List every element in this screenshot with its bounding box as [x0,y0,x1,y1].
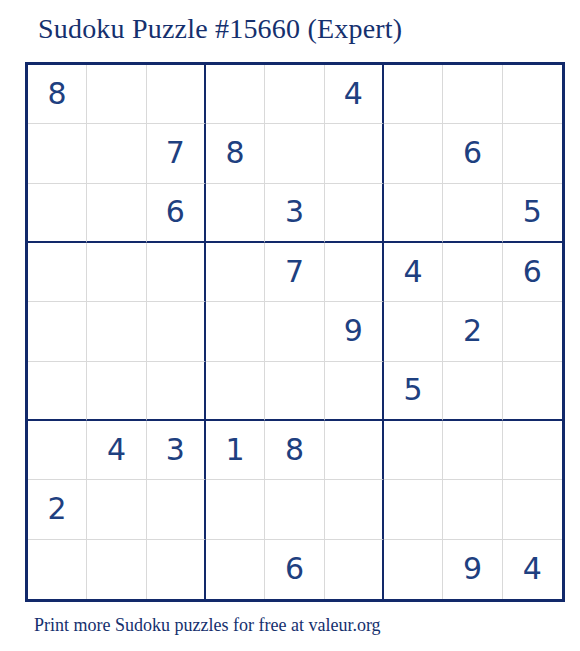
cell-r3c8 [443,184,502,243]
cell-r5c6: 9 [325,302,384,361]
cell-r9c3 [147,540,206,599]
cell-r1c2 [87,65,146,124]
cell-r9c1 [28,540,87,599]
cell-r6c3 [147,362,206,421]
cell-r6c1 [28,362,87,421]
cell-r3c1 [28,184,87,243]
cell-r6c6 [325,362,384,421]
cell-r6c8 [443,362,502,421]
cell-r7c3: 3 [147,421,206,480]
cell-r4c9: 6 [503,243,562,302]
cell-r7c8 [443,421,502,480]
cell-r9c8: 9 [443,540,502,599]
cell-r3c5: 3 [265,184,324,243]
cell-r1c4 [206,65,265,124]
cell-r2c8: 6 [443,124,502,183]
cell-r8c6 [325,480,384,539]
cell-r2c4: 8 [206,124,265,183]
cell-r2c3: 7 [147,124,206,183]
cell-r4c4 [206,243,265,302]
cell-r7c7 [384,421,443,480]
cell-r1c3 [147,65,206,124]
cell-r8c5 [265,480,324,539]
cell-r5c4 [206,302,265,361]
page-title: Sudoku Puzzle #15660 (Expert) [38,13,402,45]
cell-r1c9 [503,65,562,124]
cell-r3c4 [206,184,265,243]
cell-r7c5: 8 [265,421,324,480]
cell-r4c7: 4 [384,243,443,302]
cell-r8c7 [384,480,443,539]
cell-r5c5 [265,302,324,361]
cell-r6c2 [87,362,146,421]
sudoku-board: 8478663574692543182694 [25,62,565,602]
cell-r8c3 [147,480,206,539]
cell-r4c1 [28,243,87,302]
sudoku-page: Sudoku Puzzle #15660 (Expert) 8478663574… [0,0,580,651]
cell-r4c8 [443,243,502,302]
cell-r9c2 [87,540,146,599]
cell-r7c6 [325,421,384,480]
cell-r4c5: 7 [265,243,324,302]
cell-r7c1 [28,421,87,480]
cell-r2c5 [265,124,324,183]
cell-r9c5: 6 [265,540,324,599]
cell-r2c7 [384,124,443,183]
cell-r5c2 [87,302,146,361]
cell-r6c5 [265,362,324,421]
cell-r9c4 [206,540,265,599]
cell-r8c8 [443,480,502,539]
cell-r1c8 [443,65,502,124]
cell-r1c1: 8 [28,65,87,124]
cell-r8c4 [206,480,265,539]
cell-r6c7: 5 [384,362,443,421]
cell-r5c3 [147,302,206,361]
cell-r6c9 [503,362,562,421]
cell-r1c7 [384,65,443,124]
cell-r3c6 [325,184,384,243]
cell-r5c8: 2 [443,302,502,361]
cell-r6c4 [206,362,265,421]
cell-r5c9 [503,302,562,361]
cell-r5c7 [384,302,443,361]
cell-r3c2 [87,184,146,243]
cell-r8c2 [87,480,146,539]
cell-r7c9 [503,421,562,480]
cell-r2c9 [503,124,562,183]
cell-r2c6 [325,124,384,183]
cell-r9c6 [325,540,384,599]
cell-r7c4: 1 [206,421,265,480]
cell-r2c1 [28,124,87,183]
cell-r7c2: 4 [87,421,146,480]
cell-r5c1 [28,302,87,361]
cell-r1c5 [265,65,324,124]
cell-r4c6 [325,243,384,302]
footer-text: Print more Sudoku puzzles for free at va… [34,615,381,636]
cell-r9c9: 4 [503,540,562,599]
cell-r3c9: 5 [503,184,562,243]
cell-r4c2 [87,243,146,302]
cell-r9c7 [384,540,443,599]
cell-r4c3 [147,243,206,302]
cell-r2c2 [87,124,146,183]
cell-r8c1: 2 [28,480,87,539]
cell-r3c7 [384,184,443,243]
cell-r3c3: 6 [147,184,206,243]
cell-r1c6: 4 [325,65,384,124]
cell-r8c9 [503,480,562,539]
